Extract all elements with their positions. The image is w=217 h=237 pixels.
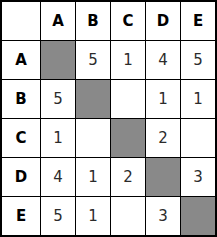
cell-B-A: 5 xyxy=(41,80,75,118)
diagonal-cell-B-B xyxy=(76,80,110,118)
col-header-D: D xyxy=(146,2,180,40)
diagonal-cell-A-A xyxy=(41,41,75,79)
cell-C-E xyxy=(181,119,215,157)
distance-matrix-board: A B C D E A 5 1 4 5 B 5 1 1 C 1 2 D 4 1 … xyxy=(0,0,217,237)
cell-C-D: 2 xyxy=(146,119,180,157)
cell-E-A: 5 xyxy=(41,197,75,235)
diagonal-cell-C-C xyxy=(111,119,145,157)
corner-cell xyxy=(2,2,40,40)
col-header-E: E xyxy=(181,2,215,40)
cell-E-D: 3 xyxy=(146,197,180,235)
cell-C-A: 1 xyxy=(41,119,75,157)
row-header-E: E xyxy=(2,197,40,235)
cell-A-B: 5 xyxy=(76,41,110,79)
col-header-A: A xyxy=(41,2,75,40)
diagonal-cell-E-E xyxy=(181,197,215,235)
cell-A-C: 1 xyxy=(111,41,145,79)
cell-D-B: 1 xyxy=(76,158,110,196)
cell-D-A: 4 xyxy=(41,158,75,196)
cell-B-D: 1 xyxy=(146,80,180,118)
cell-B-C xyxy=(111,80,145,118)
cell-D-E: 3 xyxy=(181,158,215,196)
cell-A-E: 5 xyxy=(181,41,215,79)
row-header-A: A xyxy=(2,41,40,79)
cell-E-C xyxy=(111,197,145,235)
cell-A-D: 4 xyxy=(146,41,180,79)
col-header-B: B xyxy=(76,2,110,40)
cell-B-E: 1 xyxy=(181,80,215,118)
diagonal-cell-D-D xyxy=(146,158,180,196)
row-header-B: B xyxy=(2,80,40,118)
cell-D-C: 2 xyxy=(111,158,145,196)
cell-C-B xyxy=(76,119,110,157)
cell-E-B: 1 xyxy=(76,197,110,235)
col-header-C: C xyxy=(111,2,145,40)
row-header-D: D xyxy=(2,158,40,196)
row-header-C: C xyxy=(2,119,40,157)
